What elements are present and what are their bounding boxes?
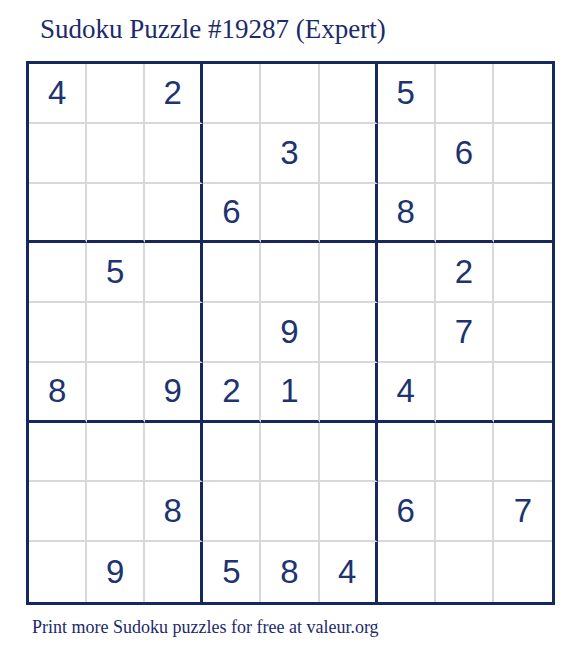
sudoku-cell-r5c7 [378, 303, 436, 363]
sudoku-cell-r2c5: 3 [261, 124, 319, 184]
sudoku-cell-r5c4 [203, 303, 261, 363]
sudoku-cell-r4c3 [145, 243, 203, 303]
sudoku-cell-r9c7 [378, 542, 436, 602]
sudoku-cell-r2c8: 6 [436, 124, 494, 184]
sudoku-cell-r3c3 [145, 184, 203, 244]
sudoku-cell-r3c4: 6 [203, 184, 261, 244]
sudoku-cell-r5c9 [494, 303, 552, 363]
sudoku-cell-r7c2 [87, 423, 145, 483]
sudoku-cell-r6c9 [494, 363, 552, 423]
sudoku-cell-r7c7 [378, 423, 436, 483]
sudoku-cell-r8c5 [261, 482, 319, 542]
sudoku-cell-r5c6 [320, 303, 378, 363]
sudoku-cell-r8c4 [203, 482, 261, 542]
sudoku-cell-r2c7 [378, 124, 436, 184]
sudoku-cell-r4c8: 2 [436, 243, 494, 303]
sudoku-cell-r4c5 [261, 243, 319, 303]
sudoku-cell-r3c1 [29, 184, 87, 244]
sudoku-cell-r7c5 [261, 423, 319, 483]
sudoku-cell-r9c5: 8 [261, 542, 319, 602]
sudoku-cell-r1c2 [87, 64, 145, 124]
sudoku-cell-r4c2: 5 [87, 243, 145, 303]
sudoku-cell-r8c3: 8 [145, 482, 203, 542]
sudoku-cell-r6c2 [87, 363, 145, 423]
sudoku-cell-r6c4: 2 [203, 363, 261, 423]
sudoku-cell-r3c5 [261, 184, 319, 244]
sudoku-cell-r7c6 [320, 423, 378, 483]
sudoku-cell-r9c4: 5 [203, 542, 261, 602]
sudoku-cell-r2c4 [203, 124, 261, 184]
sudoku-cell-r5c5: 9 [261, 303, 319, 363]
sudoku-cell-r4c7 [378, 243, 436, 303]
sudoku-cell-r3c7: 8 [378, 184, 436, 244]
sudoku-cell-r4c4 [203, 243, 261, 303]
sudoku-cell-r9c6: 4 [320, 542, 378, 602]
sudoku-cell-r9c3 [145, 542, 203, 602]
sudoku-page: Sudoku Puzzle #19287 (Expert) 4253668529… [0, 0, 580, 651]
sudoku-cell-r7c9 [494, 423, 552, 483]
sudoku-cell-r3c8 [436, 184, 494, 244]
sudoku-cell-r1c4 [203, 64, 261, 124]
sudoku-cell-r3c2 [87, 184, 145, 244]
sudoku-board: 42536685297892148679584 [26, 61, 555, 605]
sudoku-cell-r1c7: 5 [378, 64, 436, 124]
sudoku-cell-r4c1 [29, 243, 87, 303]
sudoku-cell-r5c3 [145, 303, 203, 363]
sudoku-cell-r6c5: 1 [261, 363, 319, 423]
footer-text: Print more Sudoku puzzles for free at va… [32, 615, 379, 639]
sudoku-cell-r6c3: 9 [145, 363, 203, 423]
sudoku-cell-r7c4 [203, 423, 261, 483]
sudoku-cell-r1c6 [320, 64, 378, 124]
sudoku-cell-r1c9 [494, 64, 552, 124]
sudoku-cell-r8c6 [320, 482, 378, 542]
sudoku-cell-r2c1 [29, 124, 87, 184]
sudoku-cell-r9c1 [29, 542, 87, 602]
sudoku-cell-r2c3 [145, 124, 203, 184]
sudoku-cell-r4c6 [320, 243, 378, 303]
sudoku-cell-r6c7: 4 [378, 363, 436, 423]
sudoku-cell-r9c2: 9 [87, 542, 145, 602]
sudoku-cell-r8c2 [87, 482, 145, 542]
sudoku-cell-r8c9: 7 [494, 482, 552, 542]
sudoku-cell-r7c1 [29, 423, 87, 483]
sudoku-cell-r7c8 [436, 423, 494, 483]
sudoku-cell-r9c9 [494, 542, 552, 602]
sudoku-cell-r7c3 [145, 423, 203, 483]
sudoku-cell-r8c1 [29, 482, 87, 542]
sudoku-cell-r1c5 [261, 64, 319, 124]
sudoku-cell-r2c6 [320, 124, 378, 184]
sudoku-cell-r5c1 [29, 303, 87, 363]
sudoku-cell-r6c6 [320, 363, 378, 423]
sudoku-cell-r5c2 [87, 303, 145, 363]
sudoku-cell-r1c3: 2 [145, 64, 203, 124]
sudoku-cell-r6c1: 8 [29, 363, 87, 423]
sudoku-cell-r3c6 [320, 184, 378, 244]
sudoku-cell-r2c9 [494, 124, 552, 184]
sudoku-cell-r6c8 [436, 363, 494, 423]
page-title: Sudoku Puzzle #19287 (Expert) [40, 12, 386, 46]
sudoku-cell-r8c7: 6 [378, 482, 436, 542]
sudoku-cell-r1c8 [436, 64, 494, 124]
sudoku-cell-r1c1: 4 [29, 64, 87, 124]
sudoku-cell-r8c8 [436, 482, 494, 542]
sudoku-cell-r4c9 [494, 243, 552, 303]
sudoku-cell-r2c2 [87, 124, 145, 184]
sudoku-cell-r9c8 [436, 542, 494, 602]
sudoku-cell-r5c8: 7 [436, 303, 494, 363]
sudoku-cell-r3c9 [494, 184, 552, 244]
